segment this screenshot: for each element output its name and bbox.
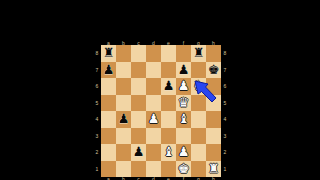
rank-label-7: 7 [93,62,101,79]
square-e5[interactable] [161,95,176,112]
rank-labels-right: 87654321 [221,45,229,177]
file-label-d: d [146,177,161,180]
square-e2[interactable]: ♝ [161,144,176,161]
square-d4[interactable]: ♟ [146,111,161,128]
square-f5[interactable]: ♛ [176,95,191,112]
file-label-a: a [101,38,116,45]
square-c1[interactable] [131,161,146,178]
square-b8[interactable] [116,45,131,62]
square-a6[interactable] [101,78,116,95]
square-e6[interactable]: ♟ [161,78,176,95]
piece-black-rook-a8[interactable]: ♜ [101,45,116,62]
rank-label-7: 7 [221,62,229,79]
file-label-f: f [176,177,191,180]
square-c4[interactable] [131,111,146,128]
rank-label-1: 1 [221,161,229,178]
square-h1[interactable]: ♜ [206,161,221,178]
piece-white-bishop-f4[interactable]: ♝ [176,111,191,128]
file-label-h: h [206,38,221,45]
square-g5[interactable] [191,95,206,112]
board-squares: ♜♜♟♟♚♟♟♞♛♟♟♝♟♝♟♚♜ [101,45,221,177]
square-a1[interactable] [101,161,116,178]
square-h4[interactable] [206,111,221,128]
piece-black-pawn-c2[interactable]: ♟ [131,144,146,161]
piece-black-pawn-e6[interactable]: ♟ [161,78,176,95]
chess-board: abcdefgh 87654321 ♜♜♟♟♚♟♟♞♛♟♟♝♟♝♟♚♜ 8765… [93,38,229,180]
rank-label-2: 2 [93,144,101,161]
square-f2[interactable]: ♟ [176,144,191,161]
file-label-b: b [116,38,131,45]
square-a8[interactable]: ♜ [101,45,116,62]
file-label-g: g [191,38,206,45]
square-b7[interactable] [116,62,131,79]
square-b2[interactable] [116,144,131,161]
square-g1[interactable] [191,161,206,178]
square-h7[interactable]: ♚ [206,62,221,79]
file-label-c: c [131,177,146,180]
rank-label-8: 8 [221,45,229,62]
square-c7[interactable] [131,62,146,79]
square-a7[interactable]: ♟ [101,62,116,79]
square-h6[interactable] [206,78,221,95]
piece-white-queen-f5[interactable]: ♛ [176,95,191,112]
piece-white-pawn-d4[interactable]: ♟ [146,111,161,128]
file-label-f: f [176,38,191,45]
square-e3[interactable] [161,128,176,145]
rank-label-2: 2 [221,144,229,161]
square-d8[interactable] [146,45,161,62]
square-d1[interactable] [146,161,161,178]
square-a4[interactable] [101,111,116,128]
square-b4[interactable]: ♟ [116,111,131,128]
piece-black-king-h7[interactable]: ♚ [206,62,221,79]
square-h3[interactable] [206,128,221,145]
file-label-h: h [206,177,221,180]
rank-label-4: 4 [93,111,101,128]
square-f3[interactable] [176,128,191,145]
piece-white-rook-h1[interactable]: ♜ [206,161,221,178]
square-h2[interactable] [206,144,221,161]
square-g7[interactable] [191,62,206,79]
screenshot-background: abcdefgh 87654321 ♜♜♟♟♚♟♟♞♛♟♟♝♟♝♟♚♜ 8765… [0,0,320,180]
piece-black-pawn-f7[interactable]: ♟ [176,62,191,79]
square-f4[interactable]: ♝ [176,111,191,128]
file-label-d: d [146,38,161,45]
rank-label-3: 3 [93,128,101,145]
square-d7[interactable] [146,62,161,79]
piece-black-pawn-b4[interactable]: ♟ [116,111,131,128]
file-labels-top: abcdefgh [93,38,229,45]
file-label-c: c [131,38,146,45]
piece-white-pawn-f6[interactable]: ♟ [176,78,191,95]
square-f7[interactable]: ♟ [176,62,191,79]
square-b3[interactable] [116,128,131,145]
file-labels-bottom: abcdefgh [93,177,229,180]
piece-white-pawn-f2[interactable]: ♟ [176,144,191,161]
square-c8[interactable] [131,45,146,62]
rank-label-5: 5 [93,95,101,112]
square-g2[interactable] [191,144,206,161]
square-e4[interactable] [161,111,176,128]
square-b1[interactable] [116,161,131,178]
square-a2[interactable] [101,144,116,161]
square-g3[interactable] [191,128,206,145]
file-label-g: g [191,177,206,180]
rank-labels-left: 87654321 [93,45,101,177]
piece-black-pawn-a7[interactable]: ♟ [101,62,116,79]
square-h5[interactable] [206,95,221,112]
rank-label-8: 8 [93,45,101,62]
piece-white-knight-g6[interactable]: ♞ [191,78,206,95]
rank-label-6: 6 [93,78,101,95]
file-label-b: b [116,177,131,180]
rank-label-4: 4 [221,111,229,128]
square-d3[interactable] [146,128,161,145]
square-b6[interactable] [116,78,131,95]
piece-white-bishop-e2[interactable]: ♝ [161,144,176,161]
square-b5[interactable] [116,95,131,112]
square-c3[interactable] [131,128,146,145]
square-d6[interactable] [146,78,161,95]
square-c5[interactable] [131,95,146,112]
piece-black-rook-g8[interactable]: ♜ [191,45,206,62]
square-g8[interactable]: ♜ [191,45,206,62]
square-h8[interactable] [206,45,221,62]
rank-label-1: 1 [93,161,101,178]
rank-label-5: 5 [221,95,229,112]
square-e7[interactable] [161,62,176,79]
file-label-a: a [101,177,116,180]
square-f8[interactable] [176,45,191,62]
piece-white-king-f1[interactable]: ♚ [176,161,191,178]
rank-label-3: 3 [221,128,229,145]
square-e1[interactable] [161,161,176,178]
square-f1[interactable]: ♚ [176,161,191,178]
square-g4[interactable] [191,111,206,128]
board-middle: 87654321 ♜♜♟♟♚♟♟♞♛♟♟♝♟♝♟♚♜ 87654321 [93,45,229,177]
square-f6[interactable]: ♟ [176,78,191,95]
file-label-e: e [161,38,176,45]
square-a3[interactable] [101,128,116,145]
square-c2[interactable]: ♟ [131,144,146,161]
square-a5[interactable] [101,95,116,112]
square-e8[interactable] [161,45,176,62]
square-d2[interactable] [146,144,161,161]
square-g6[interactable]: ♞ [191,78,206,95]
square-c6[interactable] [131,78,146,95]
square-d5[interactable] [146,95,161,112]
file-label-e: e [161,177,176,180]
rank-label-6: 6 [221,78,229,95]
